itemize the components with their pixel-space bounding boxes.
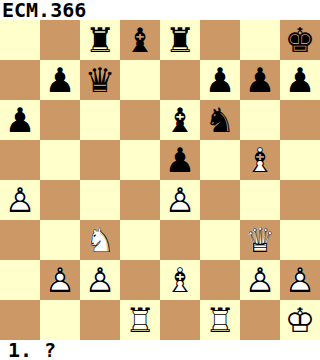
square-e6[interactable]: ♝ bbox=[160, 100, 200, 140]
chess-board: ♜♝♜♚♟♛♟♟♟♟♝♞♟♝♗♟♙♟♙♞♘♛♕♟♙♟♙♝♗♟♙♟♙♜♖♜♖♚♔ bbox=[0, 20, 320, 340]
square-h8[interactable]: ♚ bbox=[280, 20, 320, 60]
square-e5[interactable]: ♟ bbox=[160, 140, 200, 180]
square-h7[interactable]: ♟ bbox=[280, 60, 320, 100]
white-queen-icon: ♛♕ bbox=[240, 220, 280, 260]
square-g2[interactable]: ♟♙ bbox=[240, 260, 280, 300]
black-pawn-icon: ♟ bbox=[200, 60, 240, 100]
square-h1[interactable]: ♚♔ bbox=[280, 300, 320, 340]
square-f8[interactable] bbox=[200, 20, 240, 60]
square-c1[interactable] bbox=[80, 300, 120, 340]
square-b3[interactable] bbox=[40, 220, 80, 260]
square-e2[interactable]: ♝♗ bbox=[160, 260, 200, 300]
white-pawn-icon: ♟♙ bbox=[240, 260, 280, 300]
square-c2[interactable]: ♟♙ bbox=[80, 260, 120, 300]
square-f6[interactable]: ♞ bbox=[200, 100, 240, 140]
black-pawn-icon: ♟ bbox=[240, 60, 280, 100]
chess-diagram-window: ECM.366 ♜♝♜♚♟♛♟♟♟♟♝♞♟♝♗♟♙♟♙♞♘♛♕♟♙♟♙♝♗♟♙♟… bbox=[0, 0, 320, 360]
square-h3[interactable] bbox=[280, 220, 320, 260]
square-h6[interactable] bbox=[280, 100, 320, 140]
square-g5[interactable]: ♝♗ bbox=[240, 140, 280, 180]
square-c4[interactable] bbox=[80, 180, 120, 220]
black-pawn-icon: ♟ bbox=[160, 140, 200, 180]
square-f5[interactable] bbox=[200, 140, 240, 180]
square-a6[interactable]: ♟ bbox=[0, 100, 40, 140]
square-d5[interactable] bbox=[120, 140, 160, 180]
square-a2[interactable] bbox=[0, 260, 40, 300]
square-c3[interactable]: ♞♘ bbox=[80, 220, 120, 260]
black-pawn-icon: ♟ bbox=[40, 60, 80, 100]
square-f7[interactable]: ♟ bbox=[200, 60, 240, 100]
square-d3[interactable] bbox=[120, 220, 160, 260]
square-c6[interactable] bbox=[80, 100, 120, 140]
square-e4[interactable]: ♟♙ bbox=[160, 180, 200, 220]
square-h2[interactable]: ♟♙ bbox=[280, 260, 320, 300]
black-pawn-icon: ♟ bbox=[280, 60, 320, 100]
square-a7[interactable] bbox=[0, 60, 40, 100]
square-d8[interactable]: ♝ bbox=[120, 20, 160, 60]
square-a1[interactable] bbox=[0, 300, 40, 340]
white-bishop-icon: ♝♗ bbox=[160, 260, 200, 300]
square-f4[interactable] bbox=[200, 180, 240, 220]
square-g3[interactable]: ♛♕ bbox=[240, 220, 280, 260]
square-d1[interactable]: ♜♖ bbox=[120, 300, 160, 340]
white-king-icon: ♚♔ bbox=[280, 300, 320, 340]
black-bishop-icon: ♝ bbox=[120, 20, 160, 60]
square-b2[interactable]: ♟♙ bbox=[40, 260, 80, 300]
square-f1[interactable]: ♜♖ bbox=[200, 300, 240, 340]
square-b4[interactable] bbox=[40, 180, 80, 220]
square-g4[interactable] bbox=[240, 180, 280, 220]
square-e7[interactable] bbox=[160, 60, 200, 100]
square-a5[interactable] bbox=[0, 140, 40, 180]
square-b7[interactable]: ♟ bbox=[40, 60, 80, 100]
square-b5[interactable] bbox=[40, 140, 80, 180]
square-e1[interactable] bbox=[160, 300, 200, 340]
square-b6[interactable] bbox=[40, 100, 80, 140]
square-a3[interactable] bbox=[0, 220, 40, 260]
square-c8[interactable]: ♜ bbox=[80, 20, 120, 60]
square-f3[interactable] bbox=[200, 220, 240, 260]
square-h5[interactable] bbox=[280, 140, 320, 180]
black-pawn-icon: ♟ bbox=[0, 100, 40, 140]
square-g8[interactable] bbox=[240, 20, 280, 60]
square-g1[interactable] bbox=[240, 300, 280, 340]
white-knight-icon: ♞♘ bbox=[80, 220, 120, 260]
square-d7[interactable] bbox=[120, 60, 160, 100]
black-knight-icon: ♞ bbox=[200, 100, 240, 140]
black-rook-icon: ♜ bbox=[80, 20, 120, 60]
black-bishop-icon: ♝ bbox=[160, 100, 200, 140]
white-bishop-icon: ♝♗ bbox=[240, 140, 280, 180]
black-rook-icon: ♜ bbox=[160, 20, 200, 60]
square-a8[interactable] bbox=[0, 20, 40, 60]
white-rook-icon: ♜♖ bbox=[200, 300, 240, 340]
white-pawn-icon: ♟♙ bbox=[40, 260, 80, 300]
square-g6[interactable] bbox=[240, 100, 280, 140]
white-pawn-icon: ♟♙ bbox=[0, 180, 40, 220]
black-king-icon: ♚ bbox=[280, 20, 320, 60]
square-f2[interactable] bbox=[200, 260, 240, 300]
square-d4[interactable] bbox=[120, 180, 160, 220]
square-d6[interactable] bbox=[120, 100, 160, 140]
square-h4[interactable] bbox=[280, 180, 320, 220]
square-b1[interactable] bbox=[40, 300, 80, 340]
white-pawn-icon: ♟♙ bbox=[80, 260, 120, 300]
square-c7[interactable]: ♛ bbox=[80, 60, 120, 100]
square-d2[interactable] bbox=[120, 260, 160, 300]
square-e8[interactable]: ♜ bbox=[160, 20, 200, 60]
white-pawn-icon: ♟♙ bbox=[280, 260, 320, 300]
square-a4[interactable]: ♟♙ bbox=[0, 180, 40, 220]
move-prompt: 1. ? bbox=[0, 340, 320, 360]
black-queen-icon: ♛ bbox=[80, 60, 120, 100]
square-b8[interactable] bbox=[40, 20, 80, 60]
square-e3[interactable] bbox=[160, 220, 200, 260]
white-rook-icon: ♜♖ bbox=[120, 300, 160, 340]
square-c5[interactable] bbox=[80, 140, 120, 180]
white-pawn-icon: ♟♙ bbox=[160, 180, 200, 220]
square-g7[interactable]: ♟ bbox=[240, 60, 280, 100]
diagram-title: ECM.366 bbox=[0, 0, 320, 20]
